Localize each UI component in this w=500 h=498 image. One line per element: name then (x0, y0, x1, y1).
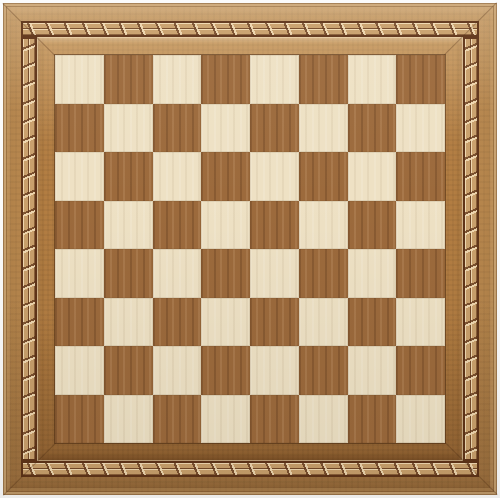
square-g7[interactable] (348, 104, 397, 153)
carved-cable-molding-right (463, 37, 479, 461)
square-c4[interactable] (153, 249, 202, 298)
square-e5[interactable] (250, 201, 299, 250)
square-h3[interactable] (396, 298, 445, 347)
square-a8[interactable] (55, 55, 104, 104)
square-c3[interactable] (153, 298, 202, 347)
square-f4[interactable] (299, 249, 348, 298)
square-c6[interactable] (153, 152, 202, 201)
square-e6[interactable] (250, 152, 299, 201)
square-g2[interactable] (348, 346, 397, 395)
square-h1[interactable] (396, 395, 445, 444)
square-a4[interactable] (55, 249, 104, 298)
square-d6[interactable] (201, 152, 250, 201)
square-a7[interactable] (55, 104, 104, 153)
square-a5[interactable] (55, 201, 104, 250)
chessboard-photo (0, 0, 500, 498)
square-d3[interactable] (201, 298, 250, 347)
square-c7[interactable] (153, 104, 202, 153)
square-f7[interactable] (299, 104, 348, 153)
square-a3[interactable] (55, 298, 104, 347)
square-d2[interactable] (201, 346, 250, 395)
square-d8[interactable] (201, 55, 250, 104)
square-a2[interactable] (55, 346, 104, 395)
square-b2[interactable] (104, 346, 153, 395)
square-e1[interactable] (250, 395, 299, 444)
square-h2[interactable] (396, 346, 445, 395)
chess-board[interactable] (55, 55, 445, 443)
square-c2[interactable] (153, 346, 202, 395)
square-b3[interactable] (104, 298, 153, 347)
square-e3[interactable] (250, 298, 299, 347)
square-h7[interactable] (396, 104, 445, 153)
square-f8[interactable] (299, 55, 348, 104)
square-f3[interactable] (299, 298, 348, 347)
square-f1[interactable] (299, 395, 348, 444)
square-f6[interactable] (299, 152, 348, 201)
square-a6[interactable] (55, 152, 104, 201)
square-c1[interactable] (153, 395, 202, 444)
square-a1[interactable] (55, 395, 104, 444)
square-b6[interactable] (104, 152, 153, 201)
square-b5[interactable] (104, 201, 153, 250)
square-c8[interactable] (153, 55, 202, 104)
carved-cable-molding-bottom (21, 461, 479, 477)
square-b4[interactable] (104, 249, 153, 298)
square-e4[interactable] (250, 249, 299, 298)
square-g1[interactable] (348, 395, 397, 444)
square-f5[interactable] (299, 201, 348, 250)
square-b7[interactable] (104, 104, 153, 153)
square-d4[interactable] (201, 249, 250, 298)
square-h6[interactable] (396, 152, 445, 201)
square-f2[interactable] (299, 346, 348, 395)
square-h8[interactable] (396, 55, 445, 104)
square-e2[interactable] (250, 346, 299, 395)
square-b8[interactable] (104, 55, 153, 104)
square-g4[interactable] (348, 249, 397, 298)
square-e8[interactable] (250, 55, 299, 104)
square-h4[interactable] (396, 249, 445, 298)
square-g3[interactable] (348, 298, 397, 347)
square-g8[interactable] (348, 55, 397, 104)
carved-cable-molding-left (21, 37, 37, 461)
square-d1[interactable] (201, 395, 250, 444)
square-b1[interactable] (104, 395, 153, 444)
square-c5[interactable] (153, 201, 202, 250)
square-g6[interactable] (348, 152, 397, 201)
square-e7[interactable] (250, 104, 299, 153)
square-d7[interactable] (201, 104, 250, 153)
square-d5[interactable] (201, 201, 250, 250)
square-g5[interactable] (348, 201, 397, 250)
square-h5[interactable] (396, 201, 445, 250)
carved-cable-molding-top (21, 21, 479, 37)
